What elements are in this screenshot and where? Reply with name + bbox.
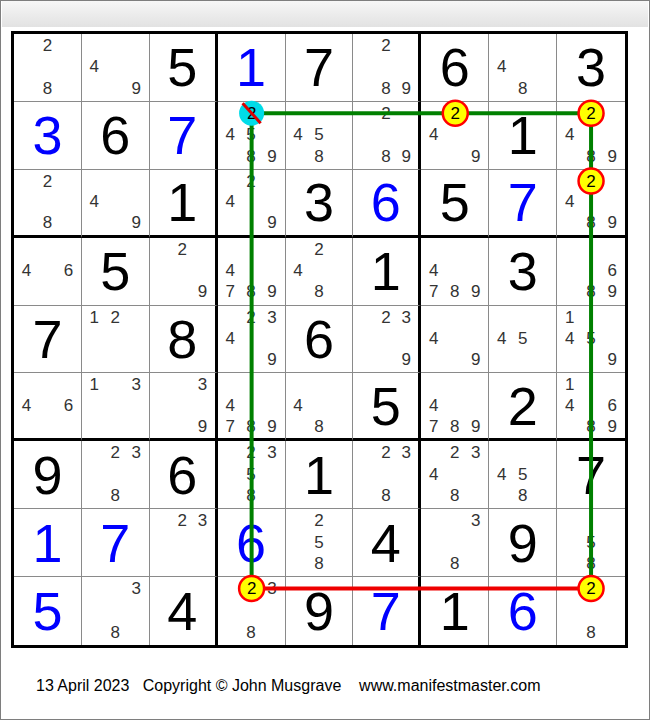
pencil-mark xyxy=(329,553,350,574)
cell-r6c8[interactable]: 2 xyxy=(489,373,557,441)
pencil-mark xyxy=(329,103,350,124)
cell-r1c2[interactable]: 49 xyxy=(82,34,150,102)
cell-r1c5[interactable]: 7 xyxy=(286,34,354,102)
pencil-mark: 4 xyxy=(491,464,512,485)
pencil-mark xyxy=(84,464,105,485)
cell-r9c2[interactable]: 38 xyxy=(82,577,150,645)
pencil-marks: 2349 xyxy=(218,306,285,373)
pencil-mark xyxy=(262,260,283,281)
pencil-mark xyxy=(444,307,465,328)
pencil-mark xyxy=(329,124,350,145)
pencil-mark xyxy=(355,56,375,77)
cell-r1c8[interactable]: 48 xyxy=(489,34,557,102)
pencil-mark xyxy=(465,485,486,506)
pencil-mark xyxy=(355,464,375,485)
cell-r5c2[interactable]: 12 xyxy=(82,306,150,374)
cell-r4c9[interactable]: 689 xyxy=(557,238,625,306)
pencil-mark xyxy=(16,416,37,437)
pencil-mark xyxy=(329,260,350,281)
cell-r2c6[interactable]: 289 xyxy=(353,102,421,170)
pencil-mark xyxy=(126,485,147,506)
pencil-mark: 2 xyxy=(241,171,262,192)
pencil-mark xyxy=(58,78,79,99)
given-digit: 3 xyxy=(304,175,334,229)
pencil-marks: 49 xyxy=(82,34,149,101)
pencil-mark xyxy=(126,328,147,349)
cell-r3c5[interactable]: 3 xyxy=(286,170,354,238)
cell-r3c1[interactable]: 28 xyxy=(14,170,82,238)
cell-r9c9[interactable]: 28 xyxy=(557,577,625,645)
pencil-mark xyxy=(220,349,241,370)
pencil-mark: 8 xyxy=(241,485,262,506)
pencil-mark: 2 xyxy=(376,103,396,124)
cell-r7c3[interactable]: 6 xyxy=(150,441,218,509)
pencil-mark: 9 xyxy=(192,281,212,302)
pencil-mark xyxy=(396,35,416,56)
pencil-mark: 4 xyxy=(559,328,580,349)
pencil-mark xyxy=(84,485,105,506)
pencil-mark: 2 xyxy=(580,578,601,600)
pencil-mark xyxy=(533,464,554,485)
cell-r8c7[interactable]: 38 xyxy=(421,509,489,577)
cell-r4c6[interactable]: 1 xyxy=(353,238,421,306)
pencil-mark xyxy=(152,395,172,416)
cell-r3c6[interactable]: 6 xyxy=(353,170,421,238)
cell-r4c7[interactable]: 4789 xyxy=(421,238,489,306)
given-digit: 6 xyxy=(304,312,334,366)
cell-r8c9[interactable]: 58 xyxy=(557,509,625,577)
pencil-mark xyxy=(105,578,126,600)
pencil-mark xyxy=(192,553,212,574)
pencil-mark xyxy=(262,103,283,124)
pencil-mark xyxy=(192,260,212,281)
pencil-mark: 2 xyxy=(376,442,396,463)
pencil-mark: 9 xyxy=(396,78,416,99)
pencil-mark: 1 xyxy=(84,307,105,328)
pencil-marks: 46 xyxy=(14,238,81,305)
pencil-mark xyxy=(126,35,147,56)
pencil-mark: 9 xyxy=(126,212,147,233)
pencil-mark: 4 xyxy=(220,191,241,212)
pencil-mark xyxy=(126,191,147,212)
cell-r9c8[interactable]: 6 xyxy=(489,577,557,645)
pencil-mark xyxy=(16,191,37,212)
pencil-mark xyxy=(533,56,554,77)
pencil-mark xyxy=(491,349,512,370)
header-bar xyxy=(2,1,648,27)
cell-r5c4[interactable]: 2349 xyxy=(218,306,286,374)
pencil-mark xyxy=(512,307,533,328)
cell-r2c7[interactable]: 249 xyxy=(421,102,489,170)
cell-r2c2[interactable]: 6 xyxy=(82,102,150,170)
pencil-mark: 7 xyxy=(220,281,241,302)
pencil-mark xyxy=(423,374,444,395)
pencil-marks: 28 xyxy=(14,170,81,235)
pencil-marks: 238 xyxy=(353,441,418,508)
pencil-mark xyxy=(288,416,309,437)
cell-r9c4[interactable]: 238 xyxy=(218,577,286,645)
pencil-mark xyxy=(491,442,512,463)
cell-r2c9[interactable]: 2489 xyxy=(557,102,625,170)
pencil-mark xyxy=(220,212,241,233)
pencil-marks: 238 xyxy=(82,441,149,508)
cell-r9c1[interactable]: 5 xyxy=(14,577,82,645)
pencil-mark: 3 xyxy=(262,442,283,463)
pencil-mark xyxy=(602,621,623,643)
pencil-mark: 2 xyxy=(309,510,330,531)
pencil-mark xyxy=(126,171,147,192)
given-digit: 7 xyxy=(576,448,606,502)
cell-r1c1[interactable]: 28 xyxy=(14,34,82,102)
pencil-mark xyxy=(465,239,486,260)
cell-r9c3[interactable]: 4 xyxy=(150,577,218,645)
cell-r7c2[interactable]: 238 xyxy=(82,441,150,509)
solved-digit: 7 xyxy=(508,175,538,229)
pencil-mark xyxy=(465,532,486,553)
cell-r4c2[interactable]: 5 xyxy=(82,238,150,306)
pencil-mark xyxy=(126,349,147,370)
pencil-mark: 4 xyxy=(288,395,309,416)
pencil-mark xyxy=(329,374,350,395)
pencil-mark xyxy=(491,485,512,506)
pencil-mark: 8 xyxy=(309,145,330,166)
pencil-mark xyxy=(559,416,580,437)
pencil-mark xyxy=(288,103,309,124)
pencil-marks: 249 xyxy=(421,102,488,169)
pencil-mark: 9 xyxy=(262,145,283,166)
pencil-mark xyxy=(580,239,601,260)
pencil-mark xyxy=(58,416,79,437)
pencil-mark: 8 xyxy=(105,485,126,506)
pencil-mark xyxy=(105,416,126,437)
pencil-mark xyxy=(602,374,623,395)
cell-r7c9[interactable]: 7 xyxy=(557,441,625,509)
pencil-mark: 3 xyxy=(192,374,212,395)
pencil-mark xyxy=(105,395,126,416)
pencil-mark xyxy=(126,600,147,622)
pencil-mark: 9 xyxy=(465,416,486,437)
pencil-mark xyxy=(602,171,623,192)
pencil-mark: 7 xyxy=(423,416,444,437)
pencil-mark: 9 xyxy=(602,145,623,166)
pencil-mark xyxy=(84,349,105,370)
pencil-mark xyxy=(126,56,147,77)
pencil-mark xyxy=(559,260,580,281)
pencil-mark xyxy=(152,374,172,395)
given-digit: 6 xyxy=(440,40,470,94)
pencil-mark: 8 xyxy=(105,621,126,643)
pencil-mark: 9 xyxy=(262,416,283,437)
pencil-mark xyxy=(172,260,192,281)
cell-r6c6[interactable]: 5 xyxy=(353,373,421,441)
pencil-mark xyxy=(126,395,147,416)
cell-r5c9[interactable]: 1459 xyxy=(557,306,625,374)
pencil-mark: 5 xyxy=(512,464,533,485)
pencil-mark xyxy=(16,56,37,77)
cell-r4c1[interactable]: 46 xyxy=(14,238,82,306)
pencil-mark xyxy=(241,239,262,260)
pencil-mark xyxy=(309,103,330,124)
pencil-mark xyxy=(37,56,58,77)
pencil-mark: 8 xyxy=(444,553,465,574)
cell-r5c7[interactable]: 49 xyxy=(421,306,489,374)
cell-r6c3[interactable]: 39 xyxy=(150,373,218,441)
pencil-mark xyxy=(602,328,623,349)
pencil-mark xyxy=(288,239,309,260)
pencil-mark xyxy=(559,239,580,260)
cell-r5c8[interactable]: 45 xyxy=(489,306,557,374)
cell-r2c1[interactable]: 3 xyxy=(14,102,82,170)
cell-r3c7[interactable]: 5 xyxy=(421,170,489,238)
cell-r5c5[interactable]: 6 xyxy=(286,306,354,374)
cell-r1c3[interactable]: 5 xyxy=(150,34,218,102)
pencil-mark xyxy=(126,307,147,328)
pencil-mark: 8 xyxy=(580,553,601,574)
pencil-mark xyxy=(172,532,192,553)
pencil-mark xyxy=(559,212,580,233)
pencil-mark xyxy=(262,328,283,349)
cell-r8c3[interactable]: 23 xyxy=(150,509,218,577)
cell-r6c1[interactable]: 46 xyxy=(14,373,82,441)
pencil-mark xyxy=(241,260,262,281)
pencil-mark xyxy=(355,485,375,506)
given-digit: 5 xyxy=(167,40,197,94)
given-digit: 2 xyxy=(508,379,538,433)
given-digit: 5 xyxy=(100,244,130,298)
pencil-mark xyxy=(105,349,126,370)
pencil-marks: 458 xyxy=(489,441,556,508)
given-digit: 1 xyxy=(508,108,538,162)
pencil-mark xyxy=(105,328,126,349)
given-digit: 1 xyxy=(440,584,470,638)
pencil-mark xyxy=(220,464,241,485)
cell-r3c9[interactable]: 2489 xyxy=(557,170,625,238)
cell-r1c7[interactable]: 6 xyxy=(421,34,489,102)
pencil-mark: 1 xyxy=(559,307,580,328)
pencil-mark xyxy=(602,191,623,212)
pencil-marks: 29 xyxy=(150,238,215,305)
pencil-mark: 4 xyxy=(220,260,241,281)
cell-r6c5[interactable]: 48 xyxy=(286,373,354,441)
pencil-mark xyxy=(288,374,309,395)
pencil-mark: 8 xyxy=(580,416,601,437)
pencil-mark xyxy=(533,328,554,349)
pencil-mark: 2 xyxy=(37,35,58,56)
cell-r3c4[interactable]: 249 xyxy=(218,170,286,238)
pencil-mark xyxy=(105,374,126,395)
pencil-mark: 2 xyxy=(172,510,192,531)
pencil-mark xyxy=(465,124,486,145)
pencil-mark xyxy=(220,374,241,395)
cell-r7c1[interactable]: 9 xyxy=(14,441,82,509)
pencil-mark: 6 xyxy=(58,395,79,416)
pencil-mark xyxy=(84,328,105,349)
pencil-mark: 2 xyxy=(580,103,601,124)
pencil-mark xyxy=(423,532,444,553)
cell-r2c5[interactable]: 458 xyxy=(286,102,354,170)
pencil-marks: 48 xyxy=(489,34,556,101)
pencil-mark xyxy=(396,485,416,506)
cell-r4c4[interactable]: 4789 xyxy=(218,238,286,306)
pencil-marks: 2358 xyxy=(218,441,285,508)
pencil-mark: 4 xyxy=(423,328,444,349)
pencil-mark xyxy=(396,56,416,77)
cell-r1c4[interactable]: 1 xyxy=(218,34,286,102)
pencil-mark: 9 xyxy=(396,145,416,166)
cell-r8c4[interactable]: 6 xyxy=(218,509,286,577)
pencil-mark: 2 xyxy=(580,171,601,192)
cell-r1c9[interactable]: 3 xyxy=(557,34,625,102)
pencil-mark xyxy=(602,553,623,574)
solved-digit: 7 xyxy=(371,584,401,638)
cell-r7c4[interactable]: 2358 xyxy=(218,441,286,509)
pencil-mark xyxy=(241,349,262,370)
given-digit: 7 xyxy=(304,40,334,94)
given-digit: 5 xyxy=(371,379,401,433)
pencil-mark xyxy=(84,395,105,416)
pencil-mark xyxy=(444,260,465,281)
pencil-mark: 8 xyxy=(241,621,262,643)
pencil-mark xyxy=(192,532,212,553)
pencil-mark xyxy=(58,35,79,56)
pencil-mark xyxy=(533,307,554,328)
pencil-mark: 3 xyxy=(465,442,486,463)
pencil-mark xyxy=(491,307,512,328)
pencil-mark xyxy=(355,78,375,99)
pencil-mark xyxy=(329,395,350,416)
cell-r4c8[interactable]: 3 xyxy=(489,238,557,306)
pencil-mark xyxy=(262,191,283,212)
cell-r2c8[interactable]: 1 xyxy=(489,102,557,170)
pencil-marks: 1459 xyxy=(557,306,625,373)
pencil-mark xyxy=(262,621,283,643)
cell-r5c6[interactable]: 239 xyxy=(353,306,421,374)
pencil-mark: 5 xyxy=(512,328,533,349)
pencil-mark xyxy=(58,239,79,260)
pencil-mark: 4 xyxy=(84,191,105,212)
pencil-mark xyxy=(84,78,105,99)
pencil-mark: 4 xyxy=(16,395,37,416)
pencil-mark xyxy=(152,260,172,281)
cell-r8c1[interactable]: 1 xyxy=(14,509,82,577)
cell-r9c7[interactable]: 1 xyxy=(421,577,489,645)
pencil-mark xyxy=(16,171,37,192)
cell-r6c2[interactable]: 13 xyxy=(82,373,150,441)
pencil-mark xyxy=(423,103,444,124)
cell-r6c9[interactable]: 14689 xyxy=(557,373,625,441)
cell-r7c8[interactable]: 458 xyxy=(489,441,557,509)
cell-r4c5[interactable]: 248 xyxy=(286,238,354,306)
pencil-mark: 2 xyxy=(105,442,126,463)
given-digit: 9 xyxy=(32,448,62,502)
pencil-marks: 46 xyxy=(14,373,81,438)
pencil-mark xyxy=(126,621,147,643)
given-digit: 9 xyxy=(508,516,538,570)
pencil-mark xyxy=(84,212,105,233)
pencil-marks: 45 xyxy=(489,306,556,373)
pencil-marks: 2489 xyxy=(557,102,625,169)
pencil-mark: 4 xyxy=(220,328,241,349)
pencil-mark xyxy=(423,442,444,463)
pencil-mark: 4 xyxy=(288,124,309,145)
pencil-mark: 9 xyxy=(262,349,283,370)
pencil-mark: 9 xyxy=(602,281,623,302)
cell-r1c6[interactable]: 289 xyxy=(353,34,421,102)
pencil-marks: 39 xyxy=(150,373,215,438)
pencil-mark xyxy=(465,395,486,416)
pencil-mark: 7 xyxy=(423,281,444,302)
pencil-mark: 8 xyxy=(580,621,601,643)
pencil-mark xyxy=(465,260,486,281)
cell-r8c6[interactable]: 4 xyxy=(353,509,421,577)
pencil-marks: 4789 xyxy=(421,373,488,438)
pencil-marks: 49 xyxy=(421,306,488,373)
cell-r5c1[interactable]: 7 xyxy=(14,306,82,374)
pencil-mark: 8 xyxy=(37,78,58,99)
pencil-mark xyxy=(84,600,105,622)
cell-r8c2[interactable]: 7 xyxy=(82,509,150,577)
pencil-mark xyxy=(220,485,241,506)
cell-r3c2[interactable]: 49 xyxy=(82,170,150,238)
cell-r6c7[interactable]: 4789 xyxy=(421,373,489,441)
cell-r9c6[interactable]: 7 xyxy=(353,577,421,645)
pencil-mark xyxy=(355,328,375,349)
pencil-mark xyxy=(533,35,554,56)
pencil-mark xyxy=(396,464,416,485)
pencil-mark xyxy=(172,374,192,395)
cell-r5c3[interactable]: 8 xyxy=(150,306,218,374)
pencil-mark: 9 xyxy=(465,281,486,302)
pencil-mark xyxy=(172,553,192,574)
cell-r9c5[interactable]: 9 xyxy=(286,577,354,645)
page: 2849517289648336724589458289249124892849… xyxy=(0,0,650,720)
pencil-mark xyxy=(580,191,601,212)
pencil-mark xyxy=(241,374,262,395)
cell-r7c6[interactable]: 238 xyxy=(353,441,421,509)
pencil-mark xyxy=(241,395,262,416)
pencil-mark: 4 xyxy=(423,395,444,416)
cell-r2c4[interactable]: 24589 xyxy=(218,102,286,170)
pencil-mark xyxy=(423,349,444,370)
pencil-mark xyxy=(465,464,486,485)
pencil-marks: 248 xyxy=(286,238,353,305)
pencil-mark xyxy=(512,442,533,463)
pencil-mark xyxy=(288,145,309,166)
pencil-mark xyxy=(355,35,375,56)
pencil-mark: 6 xyxy=(602,395,623,416)
pencil-mark xyxy=(396,124,416,145)
pencil-marks: 458 xyxy=(286,102,353,169)
pencil-mark xyxy=(512,56,533,77)
cell-r2c3[interactable]: 7 xyxy=(150,102,218,170)
cell-r8c8[interactable]: 9 xyxy=(489,509,557,577)
pencil-mark xyxy=(241,600,262,622)
cell-r3c8[interactable]: 7 xyxy=(489,170,557,238)
pencil-mark xyxy=(241,212,262,233)
pencil-marks: 58 xyxy=(557,509,625,576)
cell-r7c5[interactable]: 1 xyxy=(286,441,354,509)
pencil-marks: 13 xyxy=(82,373,149,438)
cell-r8c5[interactable]: 258 xyxy=(286,509,354,577)
cell-r4c3[interactable]: 29 xyxy=(150,238,218,306)
cell-r3c3[interactable]: 1 xyxy=(150,170,218,238)
cell-r7c7[interactable]: 2348 xyxy=(421,441,489,509)
cell-r6c4[interactable]: 4789 xyxy=(218,373,286,441)
pencil-mark: 8 xyxy=(444,281,465,302)
pencil-mark xyxy=(423,553,444,574)
pencil-mark: 8 xyxy=(241,281,262,302)
pencil-mark xyxy=(602,307,623,328)
